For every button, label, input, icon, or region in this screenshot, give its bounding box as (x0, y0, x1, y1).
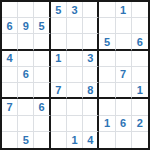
cell-r9c9[interactable] (132, 132, 148, 148)
cell-r4c5[interactable] (67, 51, 83, 67)
cell-r2c5[interactable] (67, 18, 83, 34)
cell-r8c7[interactable]: 1 (99, 116, 115, 132)
cell-r3c4[interactable] (51, 34, 67, 50)
cell-r8c5[interactable] (67, 116, 83, 132)
cell-r7c7[interactable] (99, 99, 115, 115)
sudoku-board: 531695564136778176162514 (0, 0, 150, 150)
cell-r7c8[interactable] (116, 99, 132, 115)
cell-r9c1[interactable] (2, 132, 18, 148)
cell-r9c8[interactable] (116, 132, 132, 148)
cell-r1c9[interactable] (132, 2, 148, 18)
cell-r8c3[interactable] (34, 116, 50, 132)
cell-r7c9[interactable] (132, 99, 148, 115)
cell-r3c3[interactable] (34, 34, 50, 50)
cell-r9c4[interactable] (51, 132, 67, 148)
cell-r8c4[interactable] (51, 116, 67, 132)
cell-r3c6[interactable] (83, 34, 99, 50)
cell-r8c2[interactable] (18, 116, 34, 132)
cell-r2c3[interactable]: 5 (34, 18, 50, 34)
cell-r2c9[interactable] (132, 18, 148, 34)
cell-r5c9[interactable] (132, 67, 148, 83)
cell-r7c1[interactable]: 7 (2, 99, 18, 115)
cell-r3c7[interactable]: 5 (99, 34, 115, 50)
cell-r2c1[interactable]: 6 (2, 18, 18, 34)
cell-r4c9[interactable] (132, 51, 148, 67)
cell-r1c3[interactable] (34, 2, 50, 18)
cell-r6c5[interactable] (67, 83, 83, 99)
cell-r5c7[interactable] (99, 67, 115, 83)
cell-r1c2[interactable] (18, 2, 34, 18)
cell-r6c3[interactable] (34, 83, 50, 99)
cell-r6c6[interactable]: 8 (83, 83, 99, 99)
cell-r2c6[interactable] (83, 18, 99, 34)
cell-r4c3[interactable] (34, 51, 50, 67)
cell-r4c8[interactable] (116, 51, 132, 67)
cell-r1c4[interactable]: 5 (51, 2, 67, 18)
cell-r8c1[interactable] (2, 116, 18, 132)
cell-r8c8[interactable]: 6 (116, 116, 132, 132)
cell-r1c5[interactable]: 3 (67, 2, 83, 18)
cell-r4c2[interactable] (18, 51, 34, 67)
cell-r7c3[interactable]: 6 (34, 99, 50, 115)
cell-r5c3[interactable] (34, 67, 50, 83)
cell-r6c7[interactable] (99, 83, 115, 99)
cell-r3c9[interactable]: 6 (132, 34, 148, 50)
cell-r6c8[interactable] (116, 83, 132, 99)
cell-r2c8[interactable] (116, 18, 132, 34)
cell-r3c1[interactable] (2, 34, 18, 50)
cell-r8c6[interactable] (83, 116, 99, 132)
cell-r6c2[interactable] (18, 83, 34, 99)
cell-r1c7[interactable] (99, 2, 115, 18)
cell-r2c2[interactable]: 9 (18, 18, 34, 34)
cell-r6c9[interactable]: 1 (132, 83, 148, 99)
cell-r4c1[interactable]: 4 (2, 51, 18, 67)
cell-r5c4[interactable] (51, 67, 67, 83)
cell-r5c8[interactable]: 7 (116, 67, 132, 83)
cell-r3c5[interactable] (67, 34, 83, 50)
cell-r9c3[interactable] (34, 132, 50, 148)
cell-r7c6[interactable] (83, 99, 99, 115)
cell-r9c6[interactable]: 4 (83, 132, 99, 148)
cell-r6c4[interactable]: 7 (51, 83, 67, 99)
cell-r1c8[interactable]: 1 (116, 2, 132, 18)
cell-r5c6[interactable] (83, 67, 99, 83)
cell-r8c9[interactable]: 2 (132, 116, 148, 132)
cell-r5c1[interactable] (2, 67, 18, 83)
cell-r1c6[interactable] (83, 2, 99, 18)
cell-r7c4[interactable] (51, 99, 67, 115)
cell-r7c5[interactable] (67, 99, 83, 115)
cell-r1c1[interactable] (2, 2, 18, 18)
cell-r5c5[interactable] (67, 67, 83, 83)
cell-r4c7[interactable] (99, 51, 115, 67)
cell-r6c1[interactable] (2, 83, 18, 99)
cell-r5c2[interactable]: 6 (18, 67, 34, 83)
cell-r3c2[interactable] (18, 34, 34, 50)
cell-r7c2[interactable] (18, 99, 34, 115)
cell-r2c4[interactable] (51, 18, 67, 34)
cell-r3c8[interactable] (116, 34, 132, 50)
cell-r9c5[interactable]: 1 (67, 132, 83, 148)
cell-r4c6[interactable]: 3 (83, 51, 99, 67)
cell-r9c2[interactable]: 5 (18, 132, 34, 148)
cell-r2c7[interactable] (99, 18, 115, 34)
cell-r4c4[interactable]: 1 (51, 51, 67, 67)
cell-r9c7[interactable] (99, 132, 115, 148)
